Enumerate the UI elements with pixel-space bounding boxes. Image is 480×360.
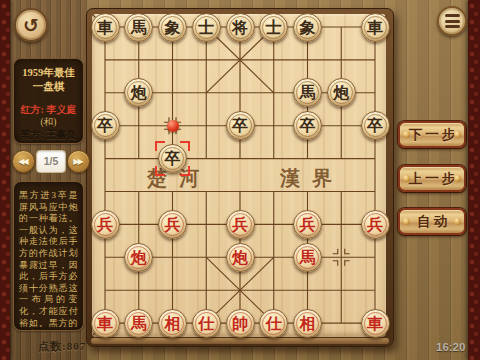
piece-glyph: 兵 (362, 211, 389, 238)
xiangqi-piece-black-馬[interactable]: 馬 (293, 78, 322, 107)
xiangqi-piece-red-兵[interactable]: 兵 (158, 210, 187, 239)
pager: ◀◀ 1/5 ▶▶ (12, 149, 90, 173)
xiangqi-piece-black-卒[interactable]: 卒 (158, 144, 187, 173)
xiangqi-piece-red-相[interactable]: 相 (293, 309, 322, 338)
piece-glyph: 車 (92, 14, 119, 41)
hamburger-icon (445, 14, 460, 28)
piece-glyph: 兵 (92, 211, 119, 238)
xiangqi-piece-black-卒[interactable]: 卒 (293, 111, 322, 140)
piece-glyph: 炮 (227, 244, 254, 271)
piece-glyph: 士 (260, 14, 287, 41)
xiangqi-piece-black-卒[interactable]: 卒 (361, 111, 390, 140)
piece-glyph: 仕 (193, 310, 220, 337)
xiangqi-piece-red-炮[interactable]: 炮 (226, 243, 255, 272)
piece-glyph: 相 (159, 310, 186, 337)
xiangqi-piece-black-士[interactable]: 士 (192, 13, 221, 42)
xiangqi-piece-black-車[interactable]: 車 (361, 13, 390, 42)
red-player-label: 红方: 李义庭 (18, 103, 79, 116)
game-result: (和) (18, 116, 79, 128)
piece-glyph: 炮 (125, 79, 152, 106)
piece-glyph: 馬 (294, 79, 321, 106)
last-move-origin-marker (167, 120, 179, 132)
xiangqi-piece-red-馬[interactable]: 馬 (124, 309, 153, 338)
xiangqi-piece-black-卒[interactable]: 卒 (91, 111, 120, 140)
menu-button[interactable] (437, 6, 467, 36)
pager-next-button[interactable]: ▶▶ (67, 150, 90, 173)
xiangqi-piece-black-士[interactable]: 士 (259, 13, 288, 42)
piece-glyph: 卒 (227, 112, 254, 139)
xiangqi-piece-red-仕[interactable]: 仕 (192, 309, 221, 338)
annotation-panel: 黑方进3卒是屏风马应中炮的一种着法。一般认为，这种走法使后手方的作战计划暴露过早… (13, 181, 84, 331)
piece-glyph: 象 (294, 14, 321, 41)
xiangqi-piece-black-卒[interactable]: 卒 (226, 111, 255, 140)
piece-glyph: 兵 (159, 211, 186, 238)
xiangqi-piece-red-兵[interactable]: 兵 (361, 210, 390, 239)
piece-glyph: 車 (362, 310, 389, 337)
piece-glyph: 炮 (125, 244, 152, 271)
double-right-chevron-icon: ▶▶ (68, 151, 89, 172)
river-label-han: 漢界 (280, 165, 344, 192)
xiangqi-piece-red-馬[interactable]: 馬 (293, 243, 322, 272)
prev-step-button[interactable]: 上一步 (398, 165, 466, 192)
xiangqi-piece-red-帥[interactable]: 帥 (226, 309, 255, 338)
piece-glyph: 馬 (125, 14, 152, 41)
piece-glyph: 卒 (92, 112, 119, 139)
xiangqi-piece-black-象[interactable]: 象 (293, 13, 322, 42)
game-info-panel: 1959年最佳一盘棋 红方: 李义庭 (和) 黑方: 王嘉良 (13, 58, 84, 144)
piece-glyph: 士 (193, 14, 220, 41)
piece-glyph: 帥 (227, 310, 254, 337)
piece-glyph: 象 (159, 14, 186, 41)
black-player-label: 黑方: 王嘉良 (18, 128, 79, 141)
piece-glyph: 馬 (125, 310, 152, 337)
game-title: 1959年最佳一盘棋 (18, 66, 79, 94)
piece-glyph: 車 (362, 14, 389, 41)
app-root: ↺ 1959年最佳一盘棋 红方: 李义庭 (和) 黑方: 王嘉良 ◀◀ 1/5 … (0, 0, 480, 360)
xiangqi-piece-black-馬[interactable]: 馬 (124, 13, 153, 42)
score-label: 点数:807 (38, 339, 86, 354)
xiangqi-piece-black-将[interactable]: 将 (226, 13, 255, 42)
xiangqi-piece-red-車[interactable]: 車 (361, 309, 390, 338)
piece-glyph: 兵 (227, 211, 254, 238)
piece-glyph: 相 (294, 310, 321, 337)
xiangqi-piece-red-兵[interactable]: 兵 (293, 210, 322, 239)
piece-glyph: 卒 (294, 112, 321, 139)
xiangqi-piece-black-象[interactable]: 象 (158, 13, 187, 42)
next-step-button[interactable]: 下一步 (398, 121, 466, 148)
xiangqi-piece-red-炮[interactable]: 炮 (124, 243, 153, 272)
xiangqi-piece-red-仕[interactable]: 仕 (259, 309, 288, 338)
back-button[interactable]: ↺ (14, 8, 48, 42)
xiangqi-piece-black-車[interactable]: 車 (91, 13, 120, 42)
pager-count: 1/5 (36, 150, 66, 173)
piece-glyph: 炮 (328, 79, 355, 106)
pager-prev-button[interactable]: ◀◀ (12, 150, 35, 173)
double-left-chevron-icon: ◀◀ (13, 151, 34, 172)
next-step-label: 下一步 (400, 123, 464, 146)
piece-glyph: 車 (92, 310, 119, 337)
clock: 16:20 (436, 341, 465, 353)
scroll-border-left (0, 0, 10, 360)
piece-glyph: 馬 (294, 244, 321, 271)
xiangqi-piece-black-炮[interactable]: 炮 (327, 78, 356, 107)
piece-glyph: 兵 (294, 211, 321, 238)
piece-glyph: 卒 (362, 112, 389, 139)
xiangqi-piece-red-兵[interactable]: 兵 (226, 210, 255, 239)
xiangqi-piece-red-相[interactable]: 相 (158, 309, 187, 338)
xiangqi-piece-red-兵[interactable]: 兵 (91, 210, 120, 239)
piece-glyph: 将 (227, 14, 254, 41)
auto-play-label: 自动 (400, 210, 464, 233)
annotation-text: 黑方进3卒是屏风马应中炮的一种着法。一般认为，这种走法使后手方的作战计划暴露过早… (19, 190, 78, 331)
prev-step-label: 上一步 (400, 167, 464, 190)
xiangqi-piece-black-炮[interactable]: 炮 (124, 78, 153, 107)
xiangqi-piece-red-車[interactable]: 車 (91, 309, 120, 338)
undo-arrow-icon: ↺ (16, 11, 46, 40)
piece-glyph: 仕 (260, 310, 287, 337)
auto-play-button[interactable]: 自动 (398, 208, 466, 235)
scroll-border-right (468, 0, 480, 360)
piece-glyph: 卒 (159, 145, 186, 172)
